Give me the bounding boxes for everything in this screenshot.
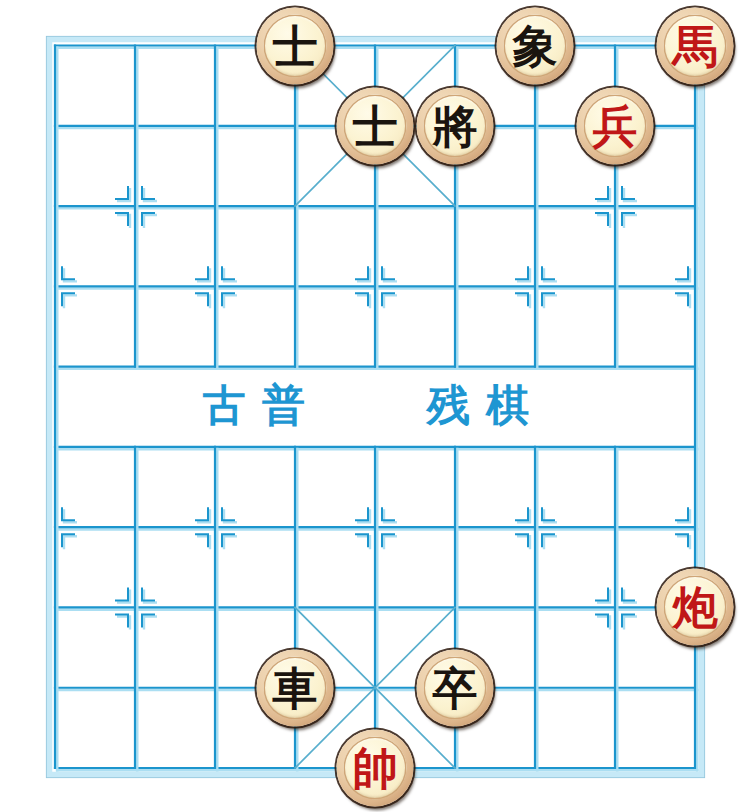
black-soldier-piece[interactable]: 卒 bbox=[417, 649, 494, 726]
piece-char: 帥 bbox=[353, 746, 398, 791]
red-general-piece[interactable]: 帥 bbox=[337, 730, 414, 807]
piece-char: 車 bbox=[273, 665, 318, 710]
river-text-left: 古普 bbox=[203, 384, 321, 427]
red-horse-piece[interactable]: 馬 bbox=[657, 7, 734, 84]
piece-char: 將 bbox=[433, 103, 478, 148]
piece-char: 士 bbox=[353, 103, 398, 148]
black-elephant-piece[interactable]: 象 bbox=[497, 7, 574, 84]
piece-char: 士 bbox=[273, 23, 318, 68]
piece-char: 象 bbox=[513, 23, 558, 68]
piece-char: 馬 bbox=[673, 23, 718, 68]
black-advisor-piece[interactable]: 士 bbox=[337, 87, 414, 164]
red-soldier-piece[interactable]: 兵 bbox=[577, 87, 654, 164]
black-advisor-piece[interactable]: 士 bbox=[257, 7, 334, 84]
piece-char: 兵 bbox=[593, 103, 638, 148]
piece-char: 炮 bbox=[673, 585, 718, 630]
red-cannon-piece[interactable]: 炮 bbox=[657, 569, 734, 646]
river-text-right: 残棋 bbox=[427, 384, 545, 427]
black-chariot-piece[interactable]: 車 bbox=[257, 649, 334, 726]
black-general-piece[interactable]: 將 bbox=[417, 87, 494, 164]
piece-char: 卒 bbox=[433, 665, 478, 710]
xiangqi-board: 古普 残棋 士象馬士將兵炮車卒帥 bbox=[0, 0, 749, 812]
